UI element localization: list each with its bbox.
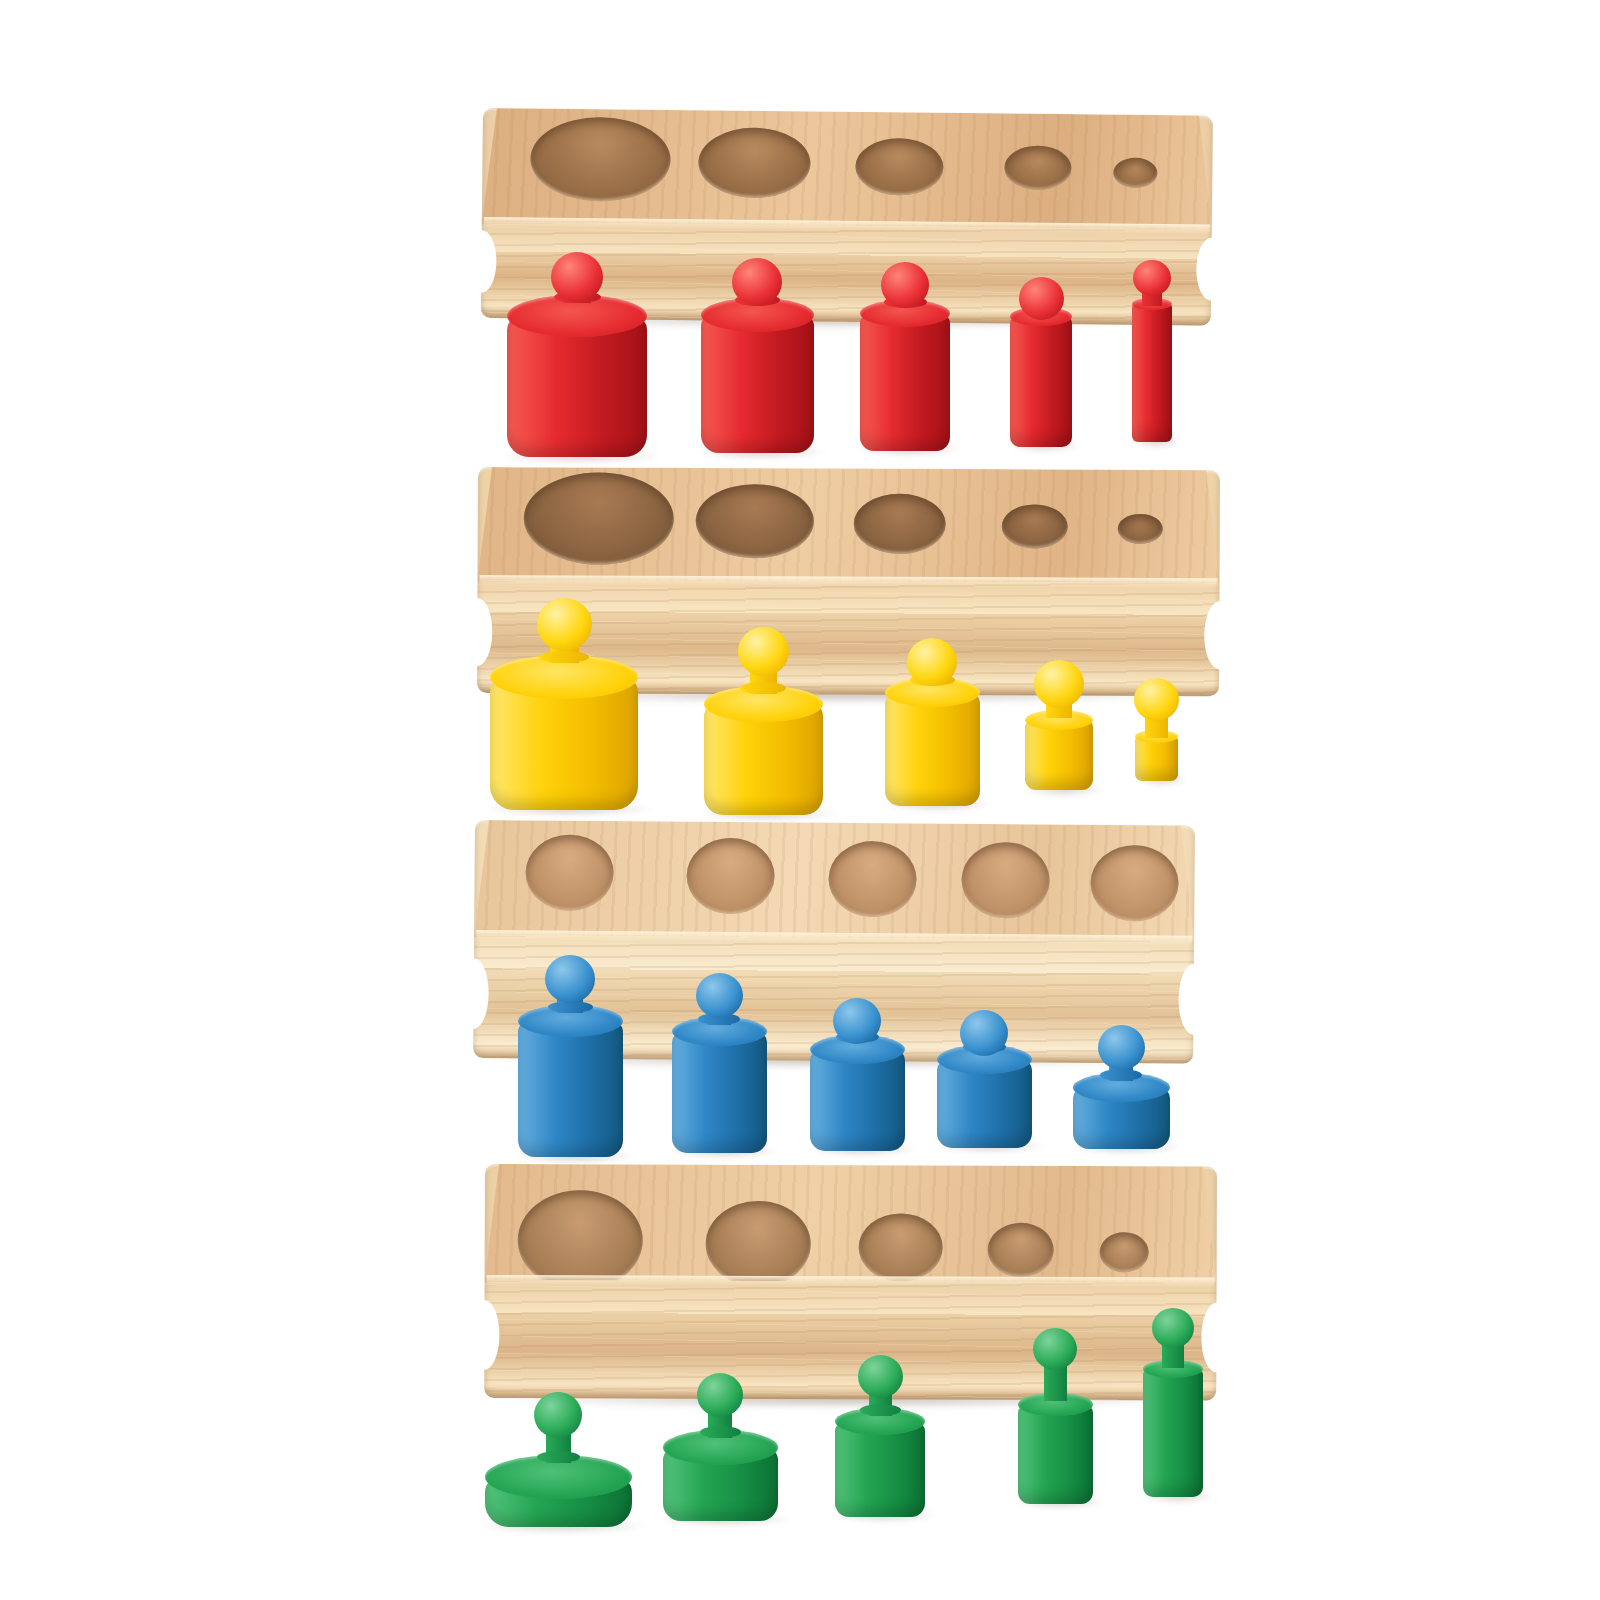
- cylinder-knob-ball: [1152, 1308, 1194, 1348]
- cylinder-body: [1143, 1369, 1203, 1497]
- product-photo-montessori-cylinder-blocks: [0, 0, 1600, 1600]
- cylinder-block-set-green: [0, 0, 1600, 1600]
- knobbed-cylinder-green-5: [0, 0, 1600, 1600]
